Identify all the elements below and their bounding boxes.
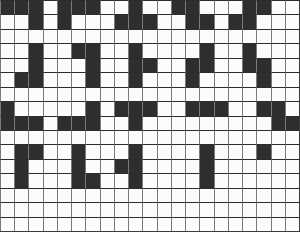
cell-r2c17-empty[interactable] — [242, 29, 256, 43]
cell-r2c14-empty[interactable] — [199, 29, 213, 43]
cell-r2c5-empty[interactable] — [71, 29, 85, 43]
cell-r1c9-filled[interactable] — [128, 14, 142, 28]
cell-r13c4-empty[interactable] — [57, 188, 71, 202]
cell-r3c3-empty[interactable] — [43, 43, 57, 57]
cell-r6c18-empty[interactable] — [256, 87, 270, 101]
cell-r4c20-empty[interactable] — [285, 58, 299, 72]
cell-r4c19-empty[interactable] — [271, 58, 285, 72]
cell-r9c19-empty[interactable] — [271, 130, 285, 144]
cell-r4c17-filled[interactable] — [242, 58, 256, 72]
cell-r9c1-empty[interactable] — [14, 130, 28, 144]
cell-r15c7-empty[interactable] — [100, 217, 114, 231]
cell-r7c15-filled[interactable] — [214, 101, 228, 115]
cell-r8c16-empty[interactable] — [228, 116, 242, 130]
cell-r10c4-empty[interactable] — [57, 144, 71, 158]
cell-r6c12-empty[interactable] — [171, 87, 185, 101]
cell-r12c1-filled[interactable] — [14, 173, 28, 187]
cell-r15c5-empty[interactable] — [71, 217, 85, 231]
cell-r8c11-empty[interactable] — [157, 116, 171, 130]
cell-r2c19-empty[interactable] — [271, 29, 285, 43]
cell-r1c20-empty[interactable] — [285, 14, 299, 28]
cell-r15c15-empty[interactable] — [214, 217, 228, 231]
cell-r5c9-filled[interactable] — [128, 72, 142, 86]
cell-r11c0-empty[interactable] — [0, 159, 14, 173]
cell-r11c16-empty[interactable] — [228, 159, 242, 173]
cell-r2c11-empty[interactable] — [157, 29, 171, 43]
cell-r1c0-empty[interactable] — [0, 14, 14, 28]
cell-r9c0-empty[interactable] — [0, 130, 14, 144]
cell-r0c0-filled[interactable] — [0, 0, 14, 14]
cell-r5c4-empty[interactable] — [57, 72, 71, 86]
cell-r9c7-empty[interactable] — [100, 130, 114, 144]
cell-r3c11-empty[interactable] — [157, 43, 171, 57]
cell-r2c3-empty[interactable] — [43, 29, 57, 43]
cell-r13c11-empty[interactable] — [157, 188, 171, 202]
cell-r8c12-empty[interactable] — [171, 116, 185, 130]
cell-r3c13-empty[interactable] — [185, 43, 199, 57]
cell-r0c7-empty[interactable] — [100, 0, 114, 14]
cell-r1c8-filled[interactable] — [114, 14, 128, 28]
cell-r6c6-empty[interactable] — [85, 87, 99, 101]
cell-r8c20-filled[interactable] — [285, 116, 299, 130]
cell-r2c10-empty[interactable] — [142, 29, 156, 43]
cell-r12c14-filled[interactable] — [199, 173, 213, 187]
cell-r15c1-empty[interactable] — [14, 217, 28, 231]
cell-r1c2-filled[interactable] — [28, 14, 42, 28]
cell-r11c17-empty[interactable] — [242, 159, 256, 173]
cell-r8c14-empty[interactable] — [199, 116, 213, 130]
cell-r4c14-filled[interactable] — [199, 58, 213, 72]
cell-r5c12-empty[interactable] — [171, 72, 185, 86]
cell-r15c19-empty[interactable] — [271, 217, 285, 231]
cell-r4c2-filled[interactable] — [28, 58, 42, 72]
cell-r0c12-filled[interactable] — [171, 0, 185, 14]
cell-r9c10-empty[interactable] — [142, 130, 156, 144]
cell-r7c2-empty[interactable] — [28, 101, 42, 115]
cell-r12c0-empty[interactable] — [0, 173, 14, 187]
cell-r1c11-empty[interactable] — [157, 14, 171, 28]
cell-r8c5-filled[interactable] — [71, 116, 85, 130]
cell-r0c20-empty[interactable] — [285, 0, 299, 14]
cell-r1c4-filled[interactable] — [57, 14, 71, 28]
cell-r8c8-empty[interactable] — [114, 116, 128, 130]
cell-r13c14-empty[interactable] — [199, 188, 213, 202]
cell-r14c13-empty[interactable] — [185, 202, 199, 216]
cell-r3c1-empty[interactable] — [14, 43, 28, 57]
cell-r10c15-empty[interactable] — [214, 144, 228, 158]
cell-r3c0-empty[interactable] — [0, 43, 14, 57]
cell-r9c2-empty[interactable] — [28, 130, 42, 144]
cell-r12c13-empty[interactable] — [185, 173, 199, 187]
cell-r14c8-empty[interactable] — [114, 202, 128, 216]
cell-r15c8-empty[interactable] — [114, 217, 128, 231]
cell-r14c9-empty[interactable] — [128, 202, 142, 216]
cell-r15c12-empty[interactable] — [171, 217, 185, 231]
cell-r13c15-empty[interactable] — [214, 188, 228, 202]
cell-r13c10-empty[interactable] — [142, 188, 156, 202]
cell-r11c19-empty[interactable] — [271, 159, 285, 173]
cell-r5c16-empty[interactable] — [228, 72, 242, 86]
cell-r4c18-filled[interactable] — [256, 58, 270, 72]
cell-r13c6-empty[interactable] — [85, 188, 99, 202]
cell-r7c20-empty[interactable] — [285, 101, 299, 115]
cell-r6c19-empty[interactable] — [271, 87, 285, 101]
cell-r2c16-empty[interactable] — [228, 29, 242, 43]
cell-r11c6-empty[interactable] — [85, 159, 99, 173]
cell-r0c14-empty[interactable] — [199, 0, 213, 14]
cell-r15c10-empty[interactable] — [142, 217, 156, 231]
cell-r2c2-empty[interactable] — [28, 29, 42, 43]
cell-r14c10-empty[interactable] — [142, 202, 156, 216]
cell-r2c0-empty[interactable] — [0, 29, 14, 43]
cell-r1c5-empty[interactable] — [71, 14, 85, 28]
cell-r11c18-empty[interactable] — [256, 159, 270, 173]
cell-r2c18-empty[interactable] — [256, 29, 270, 43]
cell-r15c3-empty[interactable] — [43, 217, 57, 231]
cell-r8c2-filled[interactable] — [28, 116, 42, 130]
cell-r14c12-empty[interactable] — [171, 202, 185, 216]
cell-r3c9-filled[interactable] — [128, 43, 142, 57]
cell-r14c1-empty[interactable] — [14, 202, 28, 216]
cell-r13c13-empty[interactable] — [185, 188, 199, 202]
cell-r11c3-empty[interactable] — [43, 159, 57, 173]
cell-r0c2-filled[interactable] — [28, 0, 42, 14]
cell-r14c11-empty[interactable] — [157, 202, 171, 216]
cell-r3c5-filled[interactable] — [71, 43, 85, 57]
cell-r14c4-empty[interactable] — [57, 202, 71, 216]
cell-r7c12-empty[interactable] — [171, 101, 185, 115]
cell-r2c7-empty[interactable] — [100, 29, 114, 43]
cell-r8c15-empty[interactable] — [214, 116, 228, 130]
cell-r12c19-empty[interactable] — [271, 173, 285, 187]
cell-r13c7-empty[interactable] — [100, 188, 114, 202]
cell-r11c20-empty[interactable] — [285, 159, 299, 173]
cell-r3c12-empty[interactable] — [171, 43, 185, 57]
cell-r12c16-empty[interactable] — [228, 173, 242, 187]
cell-r5c3-empty[interactable] — [43, 72, 57, 86]
cell-r10c16-empty[interactable] — [228, 144, 242, 158]
cell-r15c17-empty[interactable] — [242, 217, 256, 231]
cell-r1c14-filled[interactable] — [199, 14, 213, 28]
cell-r11c5-filled[interactable] — [71, 159, 85, 173]
cell-r12c20-empty[interactable] — [285, 173, 299, 187]
cell-r9c6-empty[interactable] — [85, 130, 99, 144]
cell-r14c16-empty[interactable] — [228, 202, 242, 216]
cell-r7c1-empty[interactable] — [14, 101, 28, 115]
cell-r7c9-filled[interactable] — [128, 101, 142, 115]
cell-r3c16-empty[interactable] — [228, 43, 242, 57]
cell-r4c12-empty[interactable] — [171, 58, 185, 72]
cell-r3c6-filled[interactable] — [85, 43, 99, 57]
cell-r9c12-empty[interactable] — [171, 130, 185, 144]
cell-r3c2-filled[interactable] — [28, 43, 42, 57]
cell-r6c1-empty[interactable] — [14, 87, 28, 101]
cell-r4c9-filled[interactable] — [128, 58, 142, 72]
cell-r4c10-filled[interactable] — [142, 58, 156, 72]
cell-r13c12-empty[interactable] — [171, 188, 185, 202]
cell-r10c17-empty[interactable] — [242, 144, 256, 158]
cell-r3c18-empty[interactable] — [256, 43, 270, 57]
cell-r15c4-empty[interactable] — [57, 217, 71, 231]
cell-r12c7-empty[interactable] — [100, 173, 114, 187]
cell-r3c14-filled[interactable] — [199, 43, 213, 57]
cell-r14c3-empty[interactable] — [43, 202, 57, 216]
cell-r1c17-filled[interactable] — [242, 14, 256, 28]
cell-r1c1-empty[interactable] — [14, 14, 28, 28]
cell-r4c1-empty[interactable] — [14, 58, 28, 72]
cell-r11c14-filled[interactable] — [199, 159, 213, 173]
cell-r5c7-empty[interactable] — [100, 72, 114, 86]
cell-r5c11-empty[interactable] — [157, 72, 171, 86]
cell-r5c14-empty[interactable] — [199, 72, 213, 86]
cell-r11c13-empty[interactable] — [185, 159, 199, 173]
cell-r7c8-filled[interactable] — [114, 101, 128, 115]
cell-r8c1-filled[interactable] — [14, 116, 28, 130]
cell-r13c0-empty[interactable] — [0, 188, 14, 202]
cell-r14c2-empty[interactable] — [28, 202, 42, 216]
cell-r1c18-empty[interactable] — [256, 14, 270, 28]
cell-r6c0-empty[interactable] — [0, 87, 14, 101]
cell-r12c18-empty[interactable] — [256, 173, 270, 187]
cell-r11c8-filled[interactable] — [114, 159, 128, 173]
cell-r7c3-empty[interactable] — [43, 101, 57, 115]
cell-r9c9-empty[interactable] — [128, 130, 142, 144]
cell-r15c9-empty[interactable] — [128, 217, 142, 231]
cell-r13c19-empty[interactable] — [271, 188, 285, 202]
cell-r11c7-empty[interactable] — [100, 159, 114, 173]
cell-r9c8-empty[interactable] — [114, 130, 128, 144]
cell-r7c10-filled[interactable] — [142, 101, 156, 115]
cell-r4c5-empty[interactable] — [71, 58, 85, 72]
cell-r8c6-filled[interactable] — [85, 116, 99, 130]
cell-r7c19-filled[interactable] — [271, 101, 285, 115]
cell-r15c14-empty[interactable] — [199, 217, 213, 231]
cell-r1c13-filled[interactable] — [185, 14, 199, 28]
cell-r1c3-empty[interactable] — [43, 14, 57, 28]
cell-r15c16-empty[interactable] — [228, 217, 242, 231]
cell-r5c20-empty[interactable] — [285, 72, 299, 86]
cell-r5c18-filled[interactable] — [256, 72, 270, 86]
cell-r14c19-empty[interactable] — [271, 202, 285, 216]
cell-r2c15-empty[interactable] — [214, 29, 228, 43]
cell-r0c18-filled[interactable] — [256, 0, 270, 14]
cell-r3c15-empty[interactable] — [214, 43, 228, 57]
cell-r9c15-empty[interactable] — [214, 130, 228, 144]
cell-r1c12-empty[interactable] — [171, 14, 185, 28]
cell-r12c2-empty[interactable] — [28, 173, 42, 187]
cell-r13c18-empty[interactable] — [256, 188, 270, 202]
cell-r13c17-empty[interactable] — [242, 188, 256, 202]
cell-r9c3-empty[interactable] — [43, 130, 57, 144]
cell-r6c11-empty[interactable] — [157, 87, 171, 101]
cell-r8c17-empty[interactable] — [242, 116, 256, 130]
cell-r14c15-empty[interactable] — [214, 202, 228, 216]
cell-r11c10-empty[interactable] — [142, 159, 156, 173]
cell-r4c3-empty[interactable] — [43, 58, 57, 72]
cell-r2c9-empty[interactable] — [128, 29, 142, 43]
cell-r10c20-empty[interactable] — [285, 144, 299, 158]
cell-r4c15-empty[interactable] — [214, 58, 228, 72]
cell-r9c13-empty[interactable] — [185, 130, 199, 144]
cell-r10c9-filled[interactable] — [128, 144, 142, 158]
cell-r15c2-empty[interactable] — [28, 217, 42, 231]
cell-r12c3-empty[interactable] — [43, 173, 57, 187]
cell-r12c6-filled[interactable] — [85, 173, 99, 187]
cell-r8c19-filled[interactable] — [271, 116, 285, 130]
cell-r3c7-empty[interactable] — [100, 43, 114, 57]
cell-r10c19-empty[interactable] — [271, 144, 285, 158]
cell-r9c17-empty[interactable] — [242, 130, 256, 144]
cell-r6c10-empty[interactable] — [142, 87, 156, 101]
cell-r2c8-empty[interactable] — [114, 29, 128, 43]
cell-r12c5-filled[interactable] — [71, 173, 85, 187]
cell-r2c20-empty[interactable] — [285, 29, 299, 43]
cell-r6c4-empty[interactable] — [57, 87, 71, 101]
cell-r14c7-empty[interactable] — [100, 202, 114, 216]
cell-r5c5-empty[interactable] — [71, 72, 85, 86]
cell-r7c17-empty[interactable] — [242, 101, 256, 115]
cell-r6c16-empty[interactable] — [228, 87, 242, 101]
cell-r5c17-empty[interactable] — [242, 72, 256, 86]
cell-r10c11-empty[interactable] — [157, 144, 171, 158]
cell-r8c3-empty[interactable] — [43, 116, 57, 130]
cell-r5c19-empty[interactable] — [271, 72, 285, 86]
cell-r1c6-empty[interactable] — [85, 14, 99, 28]
cell-r7c13-filled[interactable] — [185, 101, 199, 115]
cell-r11c4-empty[interactable] — [57, 159, 71, 173]
cell-r1c10-filled[interactable] — [142, 14, 156, 28]
cell-r10c1-filled[interactable] — [14, 144, 28, 158]
cell-r9c14-empty[interactable] — [199, 130, 213, 144]
cell-r10c13-empty[interactable] — [185, 144, 199, 158]
cell-r14c17-empty[interactable] — [242, 202, 256, 216]
cell-r14c18-empty[interactable] — [256, 202, 270, 216]
cell-r0c17-filled[interactable] — [242, 0, 256, 14]
cell-r7c14-filled[interactable] — [199, 101, 213, 115]
cell-r2c1-empty[interactable] — [14, 29, 28, 43]
cell-r2c13-empty[interactable] — [185, 29, 199, 43]
cell-r11c11-empty[interactable] — [157, 159, 171, 173]
cell-r2c12-empty[interactable] — [171, 29, 185, 43]
cell-r9c18-empty[interactable] — [256, 130, 270, 144]
cell-r14c6-empty[interactable] — [85, 202, 99, 216]
cell-r15c13-empty[interactable] — [185, 217, 199, 231]
cell-r1c19-empty[interactable] — [271, 14, 285, 28]
cell-r7c11-empty[interactable] — [157, 101, 171, 115]
cell-r8c13-empty[interactable] — [185, 116, 199, 130]
cell-r3c17-filled[interactable] — [242, 43, 256, 57]
cell-r0c15-empty[interactable] — [214, 0, 228, 14]
cell-r0c5-filled[interactable] — [71, 0, 85, 14]
cell-r5c15-empty[interactable] — [214, 72, 228, 86]
cell-r12c4-empty[interactable] — [57, 173, 71, 187]
cell-r6c20-empty[interactable] — [285, 87, 299, 101]
cell-r5c2-filled[interactable] — [28, 72, 42, 86]
cell-r1c16-filled[interactable] — [228, 14, 242, 28]
cell-r13c1-empty[interactable] — [14, 188, 28, 202]
cell-r10c2-filled[interactable] — [28, 144, 42, 158]
cell-r6c15-empty[interactable] — [214, 87, 228, 101]
cell-r2c6-empty[interactable] — [85, 29, 99, 43]
cell-r10c10-empty[interactable] — [142, 144, 156, 158]
cell-r3c10-empty[interactable] — [142, 43, 156, 57]
cell-r10c14-filled[interactable] — [199, 144, 213, 158]
cell-r15c0-empty[interactable] — [0, 217, 14, 231]
cell-r5c13-filled[interactable] — [185, 72, 199, 86]
cell-r13c9-empty[interactable] — [128, 188, 142, 202]
cell-r0c1-filled[interactable] — [14, 0, 28, 14]
cell-r14c14-empty[interactable] — [199, 202, 213, 216]
cell-r7c7-empty[interactable] — [100, 101, 114, 115]
cell-r9c20-empty[interactable] — [285, 130, 299, 144]
cell-r10c18-filled[interactable] — [256, 144, 270, 158]
cell-r0c4-filled[interactable] — [57, 0, 71, 14]
cell-r5c1-filled[interactable] — [14, 72, 28, 86]
cell-r3c4-empty[interactable] — [57, 43, 71, 57]
cell-r6c7-empty[interactable] — [100, 87, 114, 101]
cell-r12c12-empty[interactable] — [171, 173, 185, 187]
cell-r4c11-empty[interactable] — [157, 58, 171, 72]
cell-r5c10-empty[interactable] — [142, 72, 156, 86]
cell-r12c17-empty[interactable] — [242, 173, 256, 187]
cell-r4c13-filled[interactable] — [185, 58, 199, 72]
cell-r0c6-filled[interactable] — [85, 0, 99, 14]
cell-r13c20-empty[interactable] — [285, 188, 299, 202]
cell-r3c20-empty[interactable] — [285, 43, 299, 57]
cell-r6c8-empty[interactable] — [114, 87, 128, 101]
cell-r7c16-empty[interactable] — [228, 101, 242, 115]
cell-r10c8-empty[interactable] — [114, 144, 128, 158]
cell-r15c20-empty[interactable] — [285, 217, 299, 231]
cell-r8c4-filled[interactable] — [57, 116, 71, 130]
cell-r1c7-empty[interactable] — [100, 14, 114, 28]
cell-r13c5-empty[interactable] — [71, 188, 85, 202]
cell-r0c16-empty[interactable] — [228, 0, 242, 14]
cell-r14c20-empty[interactable] — [285, 202, 299, 216]
cell-r1c15-empty[interactable] — [214, 14, 228, 28]
cell-r4c8-empty[interactable] — [114, 58, 128, 72]
cell-r4c0-empty[interactable] — [0, 58, 14, 72]
cell-r13c8-empty[interactable] — [114, 188, 128, 202]
cell-r6c14-empty[interactable] — [199, 87, 213, 101]
cell-r9c16-empty[interactable] — [228, 130, 242, 144]
cell-r8c0-filled[interactable] — [0, 116, 14, 130]
cell-r6c13-empty[interactable] — [185, 87, 199, 101]
cell-r4c6-filled[interactable] — [85, 58, 99, 72]
cell-r3c8-empty[interactable] — [114, 43, 128, 57]
cell-r0c11-empty[interactable] — [157, 0, 171, 14]
cell-r8c7-empty[interactable] — [100, 116, 114, 130]
cell-r3c19-empty[interactable] — [271, 43, 285, 57]
cell-r7c6-filled[interactable] — [85, 101, 99, 115]
cell-r12c8-empty[interactable] — [114, 173, 128, 187]
cell-r0c13-filled[interactable] — [185, 0, 199, 14]
cell-r7c5-empty[interactable] — [71, 101, 85, 115]
cell-r10c5-filled[interactable] — [71, 144, 85, 158]
cell-r15c11-empty[interactable] — [157, 217, 171, 231]
cell-r10c0-empty[interactable] — [0, 144, 14, 158]
cell-r9c5-empty[interactable] — [71, 130, 85, 144]
cell-r6c17-empty[interactable] — [242, 87, 256, 101]
cell-r0c19-empty[interactable] — [271, 0, 285, 14]
cell-r4c16-empty[interactable] — [228, 58, 242, 72]
cell-r8c10-empty[interactable] — [142, 116, 156, 130]
cell-r15c6-empty[interactable] — [85, 217, 99, 231]
cell-r12c10-empty[interactable] — [142, 173, 156, 187]
cell-r12c9-filled[interactable] — [128, 173, 142, 187]
cell-r5c0-empty[interactable] — [0, 72, 14, 86]
cell-r6c9-empty[interactable] — [128, 87, 142, 101]
